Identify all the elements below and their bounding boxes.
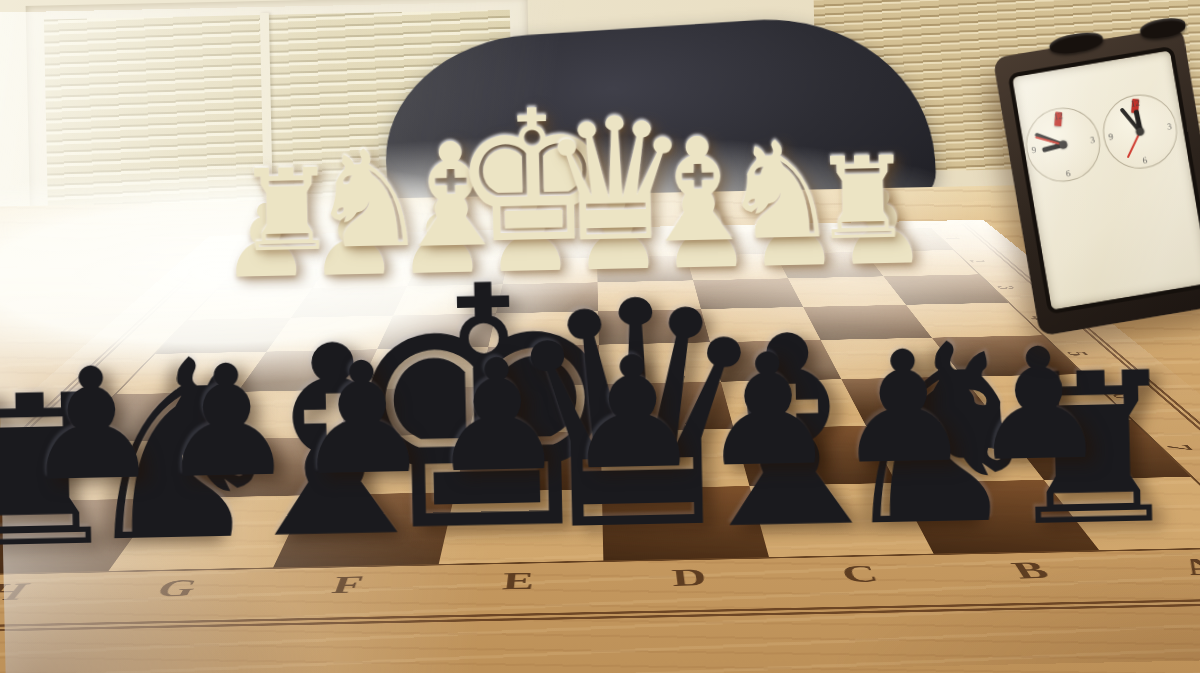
clock-face: 12369 12369 [1008, 46, 1200, 315]
camera-roll-wrapper: HGFEDCBA 12345678 ♜♞♝♚♛♝♞♜♟♟♟♟♟♟♟♟♟♟♟♟♟♟… [0, 0, 1200, 673]
piece-black-p-e7: ♟ [427, 338, 568, 495]
photo-scene: HGFEDCBA 12345678 ♜♞♝♚♛♝♞♜♟♟♟♟♟♟♟♟♟♟♟♟♟♟… [0, 0, 1200, 673]
piece-black-p-h7: ♟ [21, 346, 162, 503]
piece-black-p-g7: ♟ [157, 343, 298, 500]
clock-glass-glare [1012, 50, 1200, 310]
piece-black-p-d7: ♟ [563, 335, 704, 492]
piece-black-p-a7: ♟ [968, 326, 1109, 483]
piece-black-p-b7: ♟ [833, 329, 974, 486]
piece-white-r-a1: ♜ [811, 143, 914, 258]
piece-black-p-f7: ♟ [292, 341, 433, 498]
piece-black-p-c7: ♟ [698, 332, 839, 489]
